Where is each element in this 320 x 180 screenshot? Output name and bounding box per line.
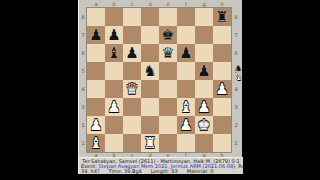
- square-f6[interactable]: ♟: [177, 44, 195, 62]
- square-h3[interactable]: [213, 98, 231, 116]
- square-h5[interactable]: [213, 62, 231, 80]
- square-a4[interactable]: [87, 80, 105, 98]
- black-bishop[interactable]: ♝: [105, 44, 123, 62]
- rank-label-4: 4: [233, 80, 239, 98]
- square-f7[interactable]: [177, 26, 195, 44]
- game-info-footer: Ter-Sahakyan, Samvel (2611) - Martirosya…: [79, 157, 243, 174]
- black-pawn[interactable]: ♟: [177, 44, 195, 62]
- square-d6[interactable]: [141, 44, 159, 62]
- rank-label-7: 7: [233, 26, 239, 44]
- white-bishop[interactable]: ♝: [87, 134, 105, 152]
- square-e8[interactable]: [159, 8, 177, 26]
- square-b1[interactable]: [105, 134, 123, 152]
- square-e1[interactable]: [159, 134, 177, 152]
- white-pawn[interactable]: ♟: [105, 98, 123, 116]
- last-move: 34. h4?: [81, 169, 100, 174]
- square-d2[interactable]: [141, 116, 159, 134]
- square-c2[interactable]: [123, 116, 141, 134]
- square-f2[interactable]: ♟: [177, 116, 195, 134]
- square-b7[interactable]: ♟: [105, 26, 123, 44]
- square-c4[interactable]: ♛: [123, 80, 141, 98]
- square-c6[interactable]: ♟: [123, 44, 141, 62]
- square-a8[interactable]: [87, 8, 105, 26]
- file-label-e: e: [159, 1, 177, 7]
- file-label-a: a: [87, 1, 105, 7]
- square-h8[interactable]: ♜: [213, 8, 231, 26]
- event-link[interactable]: Stepan Avagyan Mem 2021, Jermuk ARM (202…: [99, 164, 235, 169]
- square-f5[interactable]: [177, 62, 195, 80]
- rank-label-8: 8: [233, 8, 239, 26]
- black-pawn[interactable]: ♟: [87, 26, 105, 44]
- square-c1[interactable]: [123, 134, 141, 152]
- rank-label-6: 6: [80, 44, 86, 62]
- file-label-b: b: [105, 1, 123, 7]
- white-pawn[interactable]: ♟: [195, 98, 213, 116]
- square-e2[interactable]: [159, 116, 177, 134]
- stats-line: 34. h4? Time: 39.Bg4 Length: 93 Material…: [79, 169, 243, 174]
- board-panel: abcdefgh abcdefgh 87654321 87654321 ♜♟♟♚…: [78, 0, 242, 174]
- square-h4[interactable]: ♟: [213, 80, 231, 98]
- rank-label-2: 2: [80, 116, 86, 134]
- rank-label-3: 3: [80, 98, 86, 116]
- square-g1[interactable]: [195, 134, 213, 152]
- white-pawn[interactable]: ♟: [213, 80, 231, 98]
- rank-label-6: 6: [233, 44, 239, 62]
- square-a6[interactable]: [87, 44, 105, 62]
- file-label-c: c: [123, 1, 141, 7]
- time-info: Time: 39.Bg4: [109, 169, 142, 174]
- file-label-h: h: [213, 1, 231, 7]
- square-e7[interactable]: ♚: [159, 26, 177, 44]
- square-h2[interactable]: [213, 116, 231, 134]
- rank-label-2: 2: [233, 116, 239, 134]
- rank-label-1: 1: [80, 134, 86, 152]
- black-knight[interactable]: ♞: [141, 62, 159, 80]
- square-c3[interactable]: [123, 98, 141, 116]
- square-f8[interactable]: [177, 8, 195, 26]
- file-label-d: d: [141, 1, 159, 7]
- square-f4[interactable]: [177, 80, 195, 98]
- square-d4[interactable]: [141, 80, 159, 98]
- square-b8[interactable]: [105, 8, 123, 26]
- square-h6[interactable]: [213, 44, 231, 62]
- video-frame: abcdefgh abcdefgh 87654321 87654321 ♜♟♟♚…: [0, 0, 320, 180]
- square-d1[interactable]: ♜: [141, 134, 159, 152]
- square-g2[interactable]: ♚: [195, 116, 213, 134]
- square-h7[interactable]: [213, 26, 231, 44]
- square-a5[interactable]: [87, 62, 105, 80]
- length-info: Length: 93: [151, 169, 178, 174]
- file-label-f: f: [177, 1, 195, 7]
- black-knight-icon: ♞: [234, 64, 243, 73]
- white-bishop[interactable]: ♝: [177, 98, 195, 116]
- square-c5[interactable]: [123, 62, 141, 80]
- material-info: Material: 0: [187, 169, 214, 174]
- square-b3[interactable]: ♟: [105, 98, 123, 116]
- black-pawn[interactable]: ♟: [123, 44, 141, 62]
- black-queen[interactable]: ♛: [159, 44, 177, 62]
- square-h1[interactable]: [213, 134, 231, 152]
- file-label-g: g: [195, 1, 213, 7]
- event-tail: , Round 2.1, 0-1: [235, 164, 243, 169]
- square-d3[interactable]: [141, 98, 159, 116]
- square-g7[interactable]: [195, 26, 213, 44]
- square-b5[interactable]: [105, 62, 123, 80]
- rank-labels-left: 87654321: [80, 8, 86, 152]
- black-pawn[interactable]: ♟: [105, 26, 123, 44]
- square-g8[interactable]: [195, 8, 213, 26]
- rank-label-5: 5: [80, 62, 86, 80]
- event-label: Event:: [81, 164, 99, 169]
- white-pawn[interactable]: ♟: [177, 116, 195, 134]
- square-d5[interactable]: ♞: [141, 62, 159, 80]
- square-e6[interactable]: ♛: [159, 44, 177, 62]
- square-d7[interactable]: [141, 26, 159, 44]
- black-rook[interactable]: ♜: [213, 8, 231, 26]
- white-king[interactable]: ♚: [195, 116, 213, 134]
- square-f1[interactable]: [177, 134, 195, 152]
- square-g4[interactable]: [195, 80, 213, 98]
- square-d8[interactable]: [141, 8, 159, 26]
- square-c8[interactable]: [123, 8, 141, 26]
- rank-label-3: 3: [233, 98, 239, 116]
- white-bishop-icon: ♝: [234, 73, 243, 82]
- white-rook[interactable]: ♜: [141, 134, 159, 152]
- square-b2[interactable]: [105, 116, 123, 134]
- square-c7[interactable]: [123, 26, 141, 44]
- square-a3[interactable]: [87, 98, 105, 116]
- square-e3[interactable]: [159, 98, 177, 116]
- square-e5[interactable]: [159, 62, 177, 80]
- file-labels-top: abcdefgh: [87, 1, 231, 7]
- white-pawn[interactable]: ♟: [87, 116, 105, 134]
- black-pawn[interactable]: ♟: [195, 62, 213, 80]
- material-imbalance-tray: ♞ ♝: [234, 64, 243, 82]
- square-e4[interactable]: [159, 80, 177, 98]
- square-g6[interactable]: [195, 44, 213, 62]
- rank-label-7: 7: [80, 26, 86, 44]
- rank-label-4: 4: [80, 80, 86, 98]
- black-king[interactable]: ♚: [159, 26, 177, 44]
- square-g3[interactable]: ♟: [195, 98, 213, 116]
- square-a1[interactable]: ♝: [87, 134, 105, 152]
- rank-label-1: 1: [233, 134, 239, 152]
- square-a2[interactable]: ♟: [87, 116, 105, 134]
- square-b6[interactable]: ♝: [105, 44, 123, 62]
- chess-board[interactable]: ♜♟♟♚♝♟♛♟♞♟♛♟♟♝♟♟♟♚♝♜: [87, 8, 231, 152]
- square-f3[interactable]: ♝: [177, 98, 195, 116]
- rank-label-8: 8: [80, 8, 86, 26]
- square-b4[interactable]: [105, 80, 123, 98]
- square-g5[interactable]: ♟: [195, 62, 213, 80]
- white-queen[interactable]: ♛: [123, 80, 141, 98]
- square-a7[interactable]: ♟: [87, 26, 105, 44]
